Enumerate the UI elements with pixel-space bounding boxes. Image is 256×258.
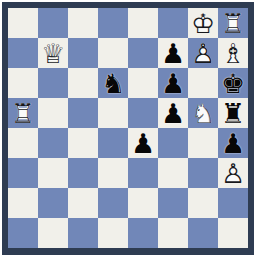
square-b7[interactable]: ♛♕ bbox=[38, 38, 68, 68]
white-pawn-outline-glyph: ♙ bbox=[188, 38, 218, 68]
square-c2[interactable] bbox=[68, 188, 98, 218]
piece-black-pawn[interactable]: ♟ bbox=[158, 68, 188, 98]
square-e7[interactable] bbox=[128, 38, 158, 68]
piece-black-pawn[interactable]: ♟ bbox=[218, 128, 248, 158]
piece-white-king[interactable]: ♚♔ bbox=[188, 8, 218, 38]
square-c6[interactable] bbox=[68, 68, 98, 98]
square-f3[interactable] bbox=[158, 158, 188, 188]
square-a7[interactable] bbox=[8, 38, 38, 68]
board-frame: ♚♔♜♖♛♕♟♟♙♝♗♞♟♚♜♖♟♞♘♜♟♟♟♙ bbox=[2, 2, 254, 255]
square-a8[interactable] bbox=[8, 8, 38, 38]
square-g8[interactable]: ♚♔ bbox=[188, 8, 218, 38]
black-pawn-glyph: ♟ bbox=[158, 68, 188, 98]
white-pawn-glyph: ♟ bbox=[188, 38, 218, 68]
square-c5[interactable] bbox=[68, 98, 98, 128]
square-f7[interactable]: ♟ bbox=[158, 38, 188, 68]
square-e5[interactable] bbox=[128, 98, 158, 128]
white-queen-outline-glyph: ♕ bbox=[38, 38, 68, 68]
square-b6[interactable] bbox=[38, 68, 68, 98]
square-b1[interactable] bbox=[38, 218, 68, 248]
square-g5[interactable]: ♞♘ bbox=[188, 98, 218, 128]
white-knight-outline-glyph: ♘ bbox=[188, 98, 218, 128]
piece-white-knight[interactable]: ♞♘ bbox=[188, 98, 218, 128]
white-king-glyph: ♚ bbox=[188, 8, 218, 38]
white-pawn-outline-glyph: ♙ bbox=[218, 158, 248, 188]
white-rook-glyph: ♜ bbox=[218, 8, 248, 38]
square-g1[interactable] bbox=[188, 218, 218, 248]
square-h4[interactable]: ♟ bbox=[218, 128, 248, 158]
square-g7[interactable]: ♟♙ bbox=[188, 38, 218, 68]
black-knight-glyph: ♞ bbox=[98, 68, 128, 98]
square-f6[interactable]: ♟ bbox=[158, 68, 188, 98]
square-d1[interactable] bbox=[98, 218, 128, 248]
square-b4[interactable] bbox=[38, 128, 68, 158]
square-g4[interactable] bbox=[188, 128, 218, 158]
square-g3[interactable] bbox=[188, 158, 218, 188]
square-g2[interactable] bbox=[188, 188, 218, 218]
white-bishop-glyph: ♝ bbox=[218, 38, 248, 68]
square-f8[interactable] bbox=[158, 8, 188, 38]
piece-white-pawn[interactable]: ♟♙ bbox=[218, 158, 248, 188]
square-d8[interactable] bbox=[98, 8, 128, 38]
square-h6[interactable]: ♚ bbox=[218, 68, 248, 98]
white-bishop-outline-glyph: ♗ bbox=[218, 38, 248, 68]
white-rook-glyph: ♜ bbox=[8, 98, 38, 128]
square-a5[interactable]: ♜♖ bbox=[8, 98, 38, 128]
square-e1[interactable] bbox=[128, 218, 158, 248]
square-b3[interactable] bbox=[38, 158, 68, 188]
square-c8[interactable] bbox=[68, 8, 98, 38]
square-f1[interactable] bbox=[158, 218, 188, 248]
piece-white-queen[interactable]: ♛♕ bbox=[38, 38, 68, 68]
white-rook-outline-glyph: ♖ bbox=[8, 98, 38, 128]
piece-white-rook[interactable]: ♜♖ bbox=[8, 98, 38, 128]
square-d6[interactable]: ♞ bbox=[98, 68, 128, 98]
chess-board: ♚♔♜♖♛♕♟♟♙♝♗♞♟♚♜♖♟♞♘♜♟♟♟♙ bbox=[8, 8, 248, 248]
piece-white-pawn[interactable]: ♟♙ bbox=[188, 38, 218, 68]
square-e2[interactable] bbox=[128, 188, 158, 218]
white-pawn-glyph: ♟ bbox=[218, 158, 248, 188]
square-a4[interactable] bbox=[8, 128, 38, 158]
piece-black-pawn[interactable]: ♟ bbox=[128, 128, 158, 158]
square-f5[interactable]: ♟ bbox=[158, 98, 188, 128]
piece-black-pawn[interactable]: ♟ bbox=[158, 38, 188, 68]
square-a6[interactable] bbox=[8, 68, 38, 98]
black-pawn-glyph: ♟ bbox=[158, 98, 188, 128]
piece-black-knight[interactable]: ♞ bbox=[98, 68, 128, 98]
white-queen-glyph: ♛ bbox=[38, 38, 68, 68]
square-d2[interactable] bbox=[98, 188, 128, 218]
white-rook-outline-glyph: ♖ bbox=[218, 8, 248, 38]
square-h8[interactable]: ♜♖ bbox=[218, 8, 248, 38]
square-c7[interactable] bbox=[68, 38, 98, 68]
square-b2[interactable] bbox=[38, 188, 68, 218]
square-a3[interactable] bbox=[8, 158, 38, 188]
square-d3[interactable] bbox=[98, 158, 128, 188]
piece-black-king[interactable]: ♚ bbox=[218, 68, 248, 98]
piece-white-rook[interactable]: ♜♖ bbox=[218, 8, 248, 38]
square-f2[interactable] bbox=[158, 188, 188, 218]
square-c3[interactable] bbox=[68, 158, 98, 188]
black-pawn-glyph: ♟ bbox=[218, 128, 248, 158]
white-knight-glyph: ♞ bbox=[188, 98, 218, 128]
square-c4[interactable] bbox=[68, 128, 98, 158]
square-f4[interactable] bbox=[158, 128, 188, 158]
piece-black-rook[interactable]: ♜ bbox=[218, 98, 248, 128]
square-h3[interactable]: ♟♙ bbox=[218, 158, 248, 188]
square-c1[interactable] bbox=[68, 218, 98, 248]
square-h2[interactable] bbox=[218, 188, 248, 218]
square-b5[interactable] bbox=[38, 98, 68, 128]
black-rook-glyph: ♜ bbox=[218, 98, 248, 128]
square-e8[interactable] bbox=[128, 8, 158, 38]
chess-diagram: ♚♔♜♖♛♕♟♟♙♝♗♞♟♚♜♖♟♞♘♜♟♟♟♙ bbox=[0, 0, 256, 258]
square-a1[interactable] bbox=[8, 218, 38, 248]
square-d7[interactable] bbox=[98, 38, 128, 68]
square-d5[interactable] bbox=[98, 98, 128, 128]
square-e6[interactable] bbox=[128, 68, 158, 98]
white-king-outline-glyph: ♔ bbox=[188, 8, 218, 38]
square-g6[interactable] bbox=[188, 68, 218, 98]
piece-black-pawn[interactable]: ♟ bbox=[158, 98, 188, 128]
square-a2[interactable] bbox=[8, 188, 38, 218]
square-b8[interactable] bbox=[38, 8, 68, 38]
black-pawn-glyph: ♟ bbox=[128, 128, 158, 158]
black-king-glyph: ♚ bbox=[218, 68, 248, 98]
black-pawn-glyph: ♟ bbox=[158, 38, 188, 68]
square-d4[interactable] bbox=[98, 128, 128, 158]
square-e3[interactable] bbox=[128, 158, 158, 188]
piece-white-bishop[interactable]: ♝♗ bbox=[218, 38, 248, 68]
square-h1[interactable] bbox=[218, 218, 248, 248]
square-e4[interactable]: ♟ bbox=[128, 128, 158, 158]
square-h7[interactable]: ♝♗ bbox=[218, 38, 248, 68]
square-h5[interactable]: ♜ bbox=[218, 98, 248, 128]
